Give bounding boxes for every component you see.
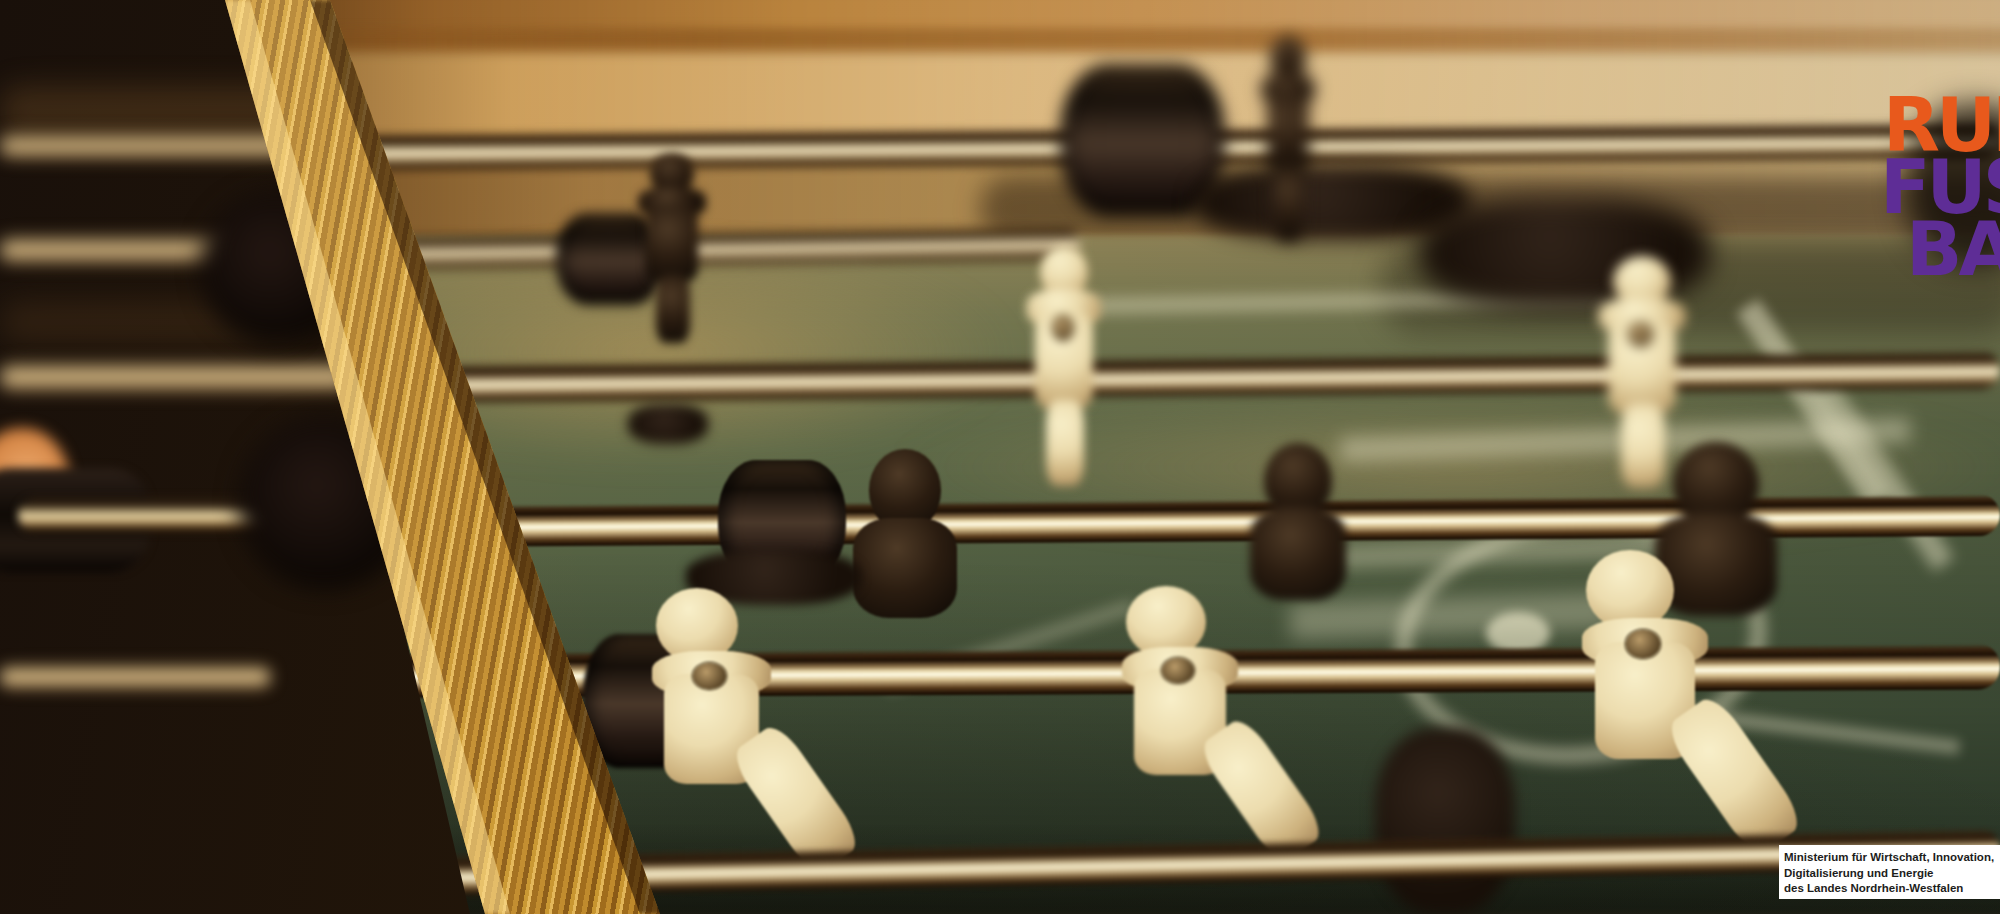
figure-part [1053, 316, 1073, 340]
black-player-front-silhouette [1375, 728, 1515, 914]
black-player-top [1256, 36, 1336, 241]
foosball-photo-stage: RUHR FUSS BALL Ministerium für Wirtschaf… [0, 0, 2000, 914]
black-player-back [632, 153, 732, 343]
black-player-mid [1238, 440, 1358, 600]
attribution-line-3: des Landes Nordrhein-Westfalen [1784, 881, 2000, 897]
black-player-main [840, 446, 970, 618]
blurred-rod [0, 133, 310, 159]
figure-part [656, 275, 690, 343]
figure-part [1046, 400, 1083, 486]
figure-part [853, 518, 957, 618]
figure-part [1267, 93, 1309, 175]
cream-player-front-left [652, 588, 857, 876]
attribution-line-1: Ministerium für Wirtschaft, Innovation, [1784, 850, 2000, 866]
attribution-line-2: Digitalisierung und Energie [1784, 866, 2000, 882]
cream-player-front-mid [1122, 586, 1322, 864]
logo-line-ball: BALL [1906, 212, 2000, 286]
cream-player-front-right [1582, 550, 1800, 858]
figure-part [1275, 167, 1302, 241]
rod-back [300, 351, 2000, 404]
figure-part [693, 663, 726, 689]
attribution-box: Ministerium für Wirtschaft, Innovation, … [1779, 845, 2000, 899]
blurred-rod [0, 362, 350, 392]
pitch-marking-bar [1814, 380, 1954, 572]
figure-part [646, 206, 698, 282]
blurred-rod [0, 664, 270, 690]
cream-player-back-left [1020, 246, 1130, 486]
figure-part [1626, 630, 1661, 658]
black-blob-field [628, 404, 708, 444]
